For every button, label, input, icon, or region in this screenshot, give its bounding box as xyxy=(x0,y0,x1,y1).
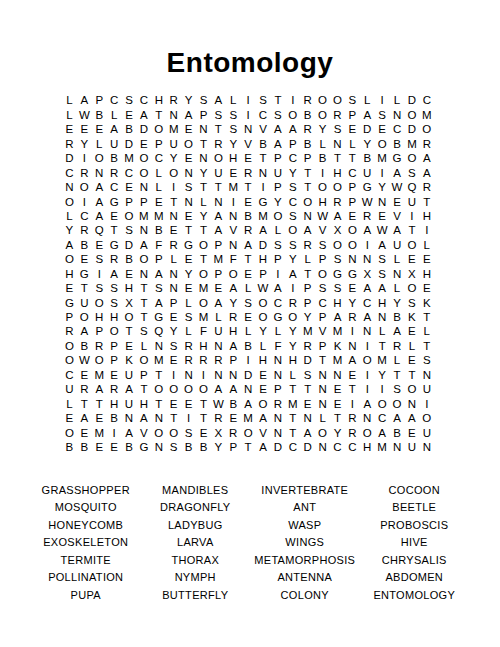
grid-cell-r5-c20[interactable]: T xyxy=(345,152,360,166)
grid-cell-r21-c19[interactable]: E xyxy=(330,383,345,397)
grid-cell-r5-c23[interactable]: G xyxy=(390,152,405,166)
grid-cell-r24-c23[interactable]: B xyxy=(390,426,405,440)
grid-cell-r10-c20[interactable]: O xyxy=(345,224,360,238)
grid-cell-r16-c10[interactable]: M xyxy=(196,311,211,325)
grid-cell-r25-c14[interactable]: A xyxy=(256,441,271,455)
grid-cell-r6-c1[interactable]: C xyxy=(62,166,77,180)
grid-cell-r5-c4[interactable]: B xyxy=(107,152,122,166)
grid-cell-r23-c22[interactable]: C xyxy=(375,412,390,426)
grid-cell-r9-c15[interactable]: O xyxy=(270,210,285,224)
grid-cell-r21-c18[interactable]: N xyxy=(315,383,330,397)
grid-cell-r3-c4[interactable]: A xyxy=(107,123,122,137)
grid-cell-r11-c16[interactable]: S xyxy=(285,238,300,252)
grid-cell-r22-c22[interactable]: O xyxy=(375,397,390,411)
grid-cell-r17-c5[interactable]: T xyxy=(122,325,137,339)
grid-cell-r20-c18[interactable]: N xyxy=(315,368,330,382)
grid-cell-r17-c3[interactable]: P xyxy=(92,325,107,339)
grid-cell-r3-c6[interactable]: D xyxy=(136,123,151,137)
grid-cell-r16-c7[interactable]: G xyxy=(151,311,166,325)
grid-cell-r14-c17[interactable]: P xyxy=(300,282,315,296)
grid-cell-r12-c24[interactable]: E xyxy=(404,253,419,267)
grid-cell-r25-c18[interactable]: N xyxy=(315,441,330,455)
grid-cell-r11-c19[interactable]: O xyxy=(330,238,345,252)
grid-cell-r19-c15[interactable]: N xyxy=(270,354,285,368)
grid-cell-r9-c11[interactable]: A xyxy=(211,210,226,224)
grid-cell-r17-c21[interactable]: N xyxy=(360,325,375,339)
grid-cell-r17-c22[interactable]: L xyxy=(375,325,390,339)
grid-cell-r12-c11[interactable]: M xyxy=(211,253,226,267)
grid-cell-r10-c9[interactable]: T xyxy=(181,224,196,238)
grid-cell-r10-c4[interactable]: T xyxy=(107,224,122,238)
grid-cell-r8-c4[interactable]: G xyxy=(107,195,122,209)
grid-cell-r5-c18[interactable]: B xyxy=(315,152,330,166)
grid-cell-r5-c19[interactable]: T xyxy=(330,152,345,166)
grid-cell-r4-c21[interactable]: Y xyxy=(360,137,375,151)
grid-cell-r20-c13[interactable]: D xyxy=(241,368,256,382)
grid-cell-r15-c4[interactable]: S xyxy=(107,296,122,310)
grid-cell-r1-c5[interactable]: S xyxy=(122,94,137,108)
grid-cell-r2-c13[interactable]: I xyxy=(241,108,256,122)
grid-cell-r3-c11[interactable]: T xyxy=(211,123,226,137)
grid-cell-r25-c2[interactable]: B xyxy=(77,441,92,455)
grid-cell-r2-c16[interactable]: O xyxy=(285,108,300,122)
grid-cell-r12-c10[interactable]: T xyxy=(196,253,211,267)
grid-cell-r20-c19[interactable]: N xyxy=(330,368,345,382)
grid-cell-r8-c10[interactable]: L xyxy=(196,195,211,209)
grid-cell-r7-c3[interactable]: A xyxy=(92,181,107,195)
grid-cell-r7-c6[interactable]: N xyxy=(136,181,151,195)
grid-cell-r25-c4[interactable]: E xyxy=(107,441,122,455)
grid-cell-r8-c9[interactable]: N xyxy=(181,195,196,209)
grid-cell-r15-c22[interactable]: H xyxy=(375,296,390,310)
grid-cell-r7-c19[interactable]: O xyxy=(330,181,345,195)
grid-cell-r3-c18[interactable]: Y xyxy=(315,123,330,137)
grid-cell-r9-c1[interactable]: L xyxy=(62,210,77,224)
grid-cell-r10-c8[interactable]: E xyxy=(166,224,181,238)
grid-cell-r11-c7[interactable]: F xyxy=(151,238,166,252)
grid-cell-r23-c21[interactable]: N xyxy=(360,412,375,426)
grid-cell-r4-c7[interactable]: P xyxy=(151,137,166,151)
grid-cell-r15-c7[interactable]: A xyxy=(151,296,166,310)
grid-cell-r17-c25[interactable]: L xyxy=(419,325,434,339)
grid-cell-r15-c16[interactable]: R xyxy=(285,296,300,310)
grid-cell-r17-c7[interactable]: Q xyxy=(151,325,166,339)
grid-cell-r5-c14[interactable]: T xyxy=(256,152,271,166)
grid-cell-r11-c14[interactable]: D xyxy=(256,238,271,252)
grid-cell-r8-c11[interactable]: N xyxy=(211,195,226,209)
grid-cell-r23-c10[interactable]: T xyxy=(196,412,211,426)
grid-cell-r10-c5[interactable]: S xyxy=(122,224,137,238)
grid-cell-r2-c17[interactable]: B xyxy=(300,108,315,122)
grid-cell-r4-c5[interactable]: D xyxy=(122,137,137,151)
grid-cell-r3-c25[interactable]: O xyxy=(419,123,434,137)
grid-cell-r25-c5[interactable]: B xyxy=(122,441,137,455)
grid-cell-r14-c23[interactable]: L xyxy=(390,282,405,296)
grid-cell-r20-c22[interactable]: Y xyxy=(375,368,390,382)
grid-cell-r24-c19[interactable]: Y xyxy=(330,426,345,440)
grid-cell-r24-c3[interactable]: M xyxy=(92,426,107,440)
grid-cell-r22-c21[interactable]: A xyxy=(360,397,375,411)
grid-cell-r15-c9[interactable]: L xyxy=(181,296,196,310)
grid-cell-r20-c15[interactable]: N xyxy=(270,368,285,382)
grid-cell-r17-c11[interactable]: U xyxy=(211,325,226,339)
grid-cell-r11-c1[interactable]: A xyxy=(62,238,77,252)
grid-cell-r8-c25[interactable]: T xyxy=(419,195,434,209)
grid-cell-r5-c8[interactable]: Y xyxy=(166,152,181,166)
grid-cell-r9-c19[interactable]: A xyxy=(330,210,345,224)
grid-cell-r21-c7[interactable]: O xyxy=(151,383,166,397)
grid-cell-r16-c16[interactable]: O xyxy=(285,311,300,325)
grid-cell-r22-c2[interactable]: T xyxy=(77,397,92,411)
grid-cell-r23-c5[interactable]: N xyxy=(122,412,137,426)
grid-cell-r8-c21[interactable]: W xyxy=(360,195,375,209)
grid-cell-r17-c16[interactable]: Y xyxy=(285,325,300,339)
grid-cell-r12-c7[interactable]: P xyxy=(151,253,166,267)
grid-cell-r24-c7[interactable]: O xyxy=(151,426,166,440)
grid-cell-r5-c16[interactable]: C xyxy=(285,152,300,166)
grid-cell-r18-c13[interactable]: B xyxy=(241,339,256,353)
grid-cell-r2-c20[interactable]: P xyxy=(345,108,360,122)
grid-cell-r16-c23[interactable]: B xyxy=(390,311,405,325)
grid-cell-r1-c10[interactable]: S xyxy=(196,94,211,108)
grid-cell-r1-c1[interactable]: L xyxy=(62,94,77,108)
grid-cell-r24-c8[interactable]: O xyxy=(166,426,181,440)
grid-cell-r16-c20[interactable]: R xyxy=(345,311,360,325)
grid-cell-r21-c12[interactable]: A xyxy=(226,383,241,397)
grid-cell-r4-c25[interactable]: R xyxy=(419,137,434,151)
grid-cell-r20-c8[interactable]: I xyxy=(166,368,181,382)
grid-cell-r9-c18[interactable]: W xyxy=(315,210,330,224)
grid-cell-r21-c23[interactable]: S xyxy=(390,383,405,397)
grid-cell-r25-c7[interactable]: N xyxy=(151,441,166,455)
grid-cell-r18-c18[interactable]: P xyxy=(315,339,330,353)
grid-cell-r18-c16[interactable]: Y xyxy=(285,339,300,353)
grid-cell-r22-c15[interactable]: R xyxy=(270,397,285,411)
grid-cell-r20-c5[interactable]: U xyxy=(122,368,137,382)
grid-cell-r25-c3[interactable]: E xyxy=(92,441,107,455)
grid-cell-r15-c18[interactable]: C xyxy=(315,296,330,310)
grid-cell-r6-c8[interactable]: O xyxy=(166,166,181,180)
grid-cell-r19-c25[interactable]: S xyxy=(419,354,434,368)
grid-cell-r14-c3[interactable]: S xyxy=(92,282,107,296)
grid-cell-r2-c8[interactable]: N xyxy=(166,108,181,122)
grid-cell-r3-c20[interactable]: E xyxy=(345,123,360,137)
grid-cell-r5-c7[interactable]: C xyxy=(151,152,166,166)
grid-cell-r9-c14[interactable]: M xyxy=(256,210,271,224)
grid-cell-r7-c2[interactable]: O xyxy=(77,181,92,195)
grid-cell-r4-c19[interactable]: N xyxy=(330,137,345,151)
grid-cell-r22-c18[interactable]: N xyxy=(315,397,330,411)
grid-cell-r8-c3[interactable]: A xyxy=(92,195,107,209)
grid-cell-r1-c25[interactable]: C xyxy=(419,94,434,108)
grid-cell-r25-c17[interactable]: D xyxy=(300,441,315,455)
grid-cell-r25-c1[interactable]: B xyxy=(62,441,77,455)
grid-cell-r14-c25[interactable]: E xyxy=(419,282,434,296)
grid-cell-r3-c23[interactable]: C xyxy=(390,123,405,137)
grid-cell-r2-c14[interactable]: C xyxy=(256,108,271,122)
grid-cell-r3-c15[interactable]: A xyxy=(270,123,285,137)
grid-cell-r2-c11[interactable]: S xyxy=(211,108,226,122)
grid-cell-r13-c14[interactable]: P xyxy=(256,267,271,281)
grid-cell-r1-c3[interactable]: P xyxy=(92,94,107,108)
grid-cell-r20-c10[interactable]: I xyxy=(196,368,211,382)
grid-cell-r24-c4[interactable]: I xyxy=(107,426,122,440)
grid-cell-r10-c23[interactable]: A xyxy=(390,224,405,238)
grid-cell-r12-c20[interactable]: N xyxy=(345,253,360,267)
grid-cell-r22-c25[interactable]: I xyxy=(419,397,434,411)
grid-cell-r20-c2[interactable]: E xyxy=(77,368,92,382)
grid-cell-r24-c24[interactable]: E xyxy=(404,426,419,440)
grid-cell-r16-c18[interactable]: P xyxy=(315,311,330,325)
grid-cell-r17-c4[interactable]: O xyxy=(107,325,122,339)
grid-cell-r21-c6[interactable]: T xyxy=(136,383,151,397)
grid-cell-r11-c17[interactable]: R xyxy=(300,238,315,252)
grid-cell-r14-c11[interactable]: E xyxy=(211,282,226,296)
grid-cell-r21-c9[interactable]: O xyxy=(181,383,196,397)
grid-cell-r4-c3[interactable]: L xyxy=(92,137,107,151)
grid-cell-r25-c20[interactable]: C xyxy=(345,441,360,455)
grid-cell-r20-c7[interactable]: T xyxy=(151,368,166,382)
grid-cell-r8-c24[interactable]: U xyxy=(404,195,419,209)
grid-cell-r8-c8[interactable]: T xyxy=(166,195,181,209)
grid-cell-r13-c9[interactable]: Y xyxy=(181,267,196,281)
grid-cell-r10-c16[interactable]: O xyxy=(285,224,300,238)
grid-cell-r21-c20[interactable]: T xyxy=(345,383,360,397)
grid-cell-r7-c24[interactable]: Q xyxy=(404,181,419,195)
grid-cell-r2-c2[interactable]: W xyxy=(77,108,92,122)
grid-cell-r2-c18[interactable]: O xyxy=(315,108,330,122)
grid-cell-r13-c16[interactable]: A xyxy=(285,267,300,281)
grid-cell-r8-c12[interactable]: I xyxy=(226,195,241,209)
grid-cell-r9-c13[interactable]: B xyxy=(241,210,256,224)
grid-cell-r19-c20[interactable]: A xyxy=(345,354,360,368)
grid-cell-r12-c13[interactable]: T xyxy=(241,253,256,267)
grid-cell-r5-c3[interactable]: O xyxy=(92,152,107,166)
grid-cell-r5-c12[interactable]: H xyxy=(226,152,241,166)
grid-cell-r19-c11[interactable]: R xyxy=(211,354,226,368)
grid-cell-r21-c3[interactable]: A xyxy=(92,383,107,397)
grid-cell-r8-c20[interactable]: P xyxy=(345,195,360,209)
grid-cell-r16-c21[interactable]: A xyxy=(360,311,375,325)
grid-cell-r8-c2[interactable]: I xyxy=(77,195,92,209)
grid-cell-r25-c13[interactable]: T xyxy=(241,441,256,455)
grid-cell-r24-c13[interactable]: O xyxy=(241,426,256,440)
grid-cell-r2-c6[interactable]: A xyxy=(136,108,151,122)
grid-cell-r21-c15[interactable]: P xyxy=(270,383,285,397)
grid-cell-r14-c10[interactable]: M xyxy=(196,282,211,296)
grid-cell-r15-c13[interactable]: S xyxy=(241,296,256,310)
grid-cell-r23-c4[interactable]: B xyxy=(107,412,122,426)
grid-cell-r5-c13[interactable]: E xyxy=(241,152,256,166)
grid-cell-r14-c6[interactable]: T xyxy=(136,282,151,296)
grid-cell-r3-c13[interactable]: N xyxy=(241,123,256,137)
grid-cell-r15-c5[interactable]: X xyxy=(122,296,137,310)
grid-cell-r13-c1[interactable]: H xyxy=(62,267,77,281)
grid-cell-r24-c2[interactable]: E xyxy=(77,426,92,440)
grid-cell-r4-c8[interactable]: U xyxy=(166,137,181,151)
grid-cell-r6-c17[interactable]: T xyxy=(300,166,315,180)
grid-cell-r5-c10[interactable]: N xyxy=(196,152,211,166)
grid-cell-r13-c25[interactable]: H xyxy=(419,267,434,281)
grid-cell-r9-c8[interactable]: N xyxy=(166,210,181,224)
grid-cell-r7-c8[interactable]: I xyxy=(166,181,181,195)
grid-cell-r12-c18[interactable]: P xyxy=(315,253,330,267)
grid-cell-r9-c2[interactable]: C xyxy=(77,210,92,224)
grid-cell-r25-c10[interactable]: B xyxy=(196,441,211,455)
grid-cell-r24-c15[interactable]: N xyxy=(270,426,285,440)
grid-cell-r10-c7[interactable]: B xyxy=(151,224,166,238)
grid-cell-r17-c2[interactable]: A xyxy=(77,325,92,339)
grid-cell-r16-c1[interactable]: P xyxy=(62,311,77,325)
grid-cell-r10-c22[interactable]: W xyxy=(375,224,390,238)
grid-cell-r11-c20[interactable]: O xyxy=(345,238,360,252)
grid-cell-r23-c7[interactable]: N xyxy=(151,412,166,426)
grid-cell-r8-c1[interactable]: O xyxy=(62,195,77,209)
grid-cell-r11-c15[interactable]: S xyxy=(270,238,285,252)
grid-cell-r4-c9[interactable]: O xyxy=(181,137,196,151)
grid-cell-r21-c4[interactable]: R xyxy=(107,383,122,397)
grid-cell-r5-c24[interactable]: O xyxy=(404,152,419,166)
grid-cell-r20-c4[interactable]: E xyxy=(107,368,122,382)
grid-cell-r7-c10[interactable]: T xyxy=(196,181,211,195)
grid-cell-r13-c24[interactable]: X xyxy=(404,267,419,281)
grid-cell-r5-c21[interactable]: B xyxy=(360,152,375,166)
grid-cell-r17-c1[interactable]: R xyxy=(62,325,77,339)
grid-cell-r13-c15[interactable]: I xyxy=(270,267,285,281)
grid-cell-r9-c17[interactable]: N xyxy=(300,210,315,224)
grid-cell-r19-c12[interactable]: P xyxy=(226,354,241,368)
grid-cell-r24-c11[interactable]: X xyxy=(211,426,226,440)
grid-cell-r19-c16[interactable]: H xyxy=(285,354,300,368)
grid-cell-r17-c24[interactable]: E xyxy=(404,325,419,339)
grid-cell-r3-c24[interactable]: D xyxy=(404,123,419,137)
grid-cell-r21-c10[interactable]: O xyxy=(196,383,211,397)
grid-cell-r18-c9[interactable]: R xyxy=(181,339,196,353)
grid-cell-r25-c24[interactable]: U xyxy=(404,441,419,455)
grid-cell-r19-c9[interactable]: R xyxy=(181,354,196,368)
grid-cell-r16-c15[interactable]: G xyxy=(270,311,285,325)
grid-cell-r6-c16[interactable]: Y xyxy=(285,166,300,180)
grid-cell-r19-c13[interactable]: I xyxy=(241,354,256,368)
grid-cell-r6-c18[interactable]: I xyxy=(315,166,330,180)
grid-cell-r21-c24[interactable]: O xyxy=(404,383,419,397)
grid-cell-r19-c4[interactable]: P xyxy=(107,354,122,368)
grid-cell-r16-c24[interactable]: K xyxy=(404,311,419,325)
grid-cell-r11-c3[interactable]: E xyxy=(92,238,107,252)
grid-cell-r22-c6[interactable]: H xyxy=(136,397,151,411)
grid-cell-r20-c23[interactable]: T xyxy=(390,368,405,382)
grid-cell-r4-c6[interactable]: E xyxy=(136,137,151,151)
grid-cell-r9-c16[interactable]: S xyxy=(285,210,300,224)
grid-cell-r23-c17[interactable]: N xyxy=(300,412,315,426)
grid-cell-r7-c7[interactable]: L xyxy=(151,181,166,195)
grid-cell-r12-c16[interactable]: Y xyxy=(285,253,300,267)
grid-cell-r8-c17[interactable]: O xyxy=(300,195,315,209)
grid-cell-r22-c16[interactable]: M xyxy=(285,397,300,411)
grid-cell-r9-c10[interactable]: Y xyxy=(196,210,211,224)
grid-cell-r12-c9[interactable]: E xyxy=(181,253,196,267)
grid-cell-r4-c18[interactable]: L xyxy=(315,137,330,151)
grid-cell-r10-c10[interactable]: T xyxy=(196,224,211,238)
grid-cell-r9-c20[interactable]: E xyxy=(345,210,360,224)
grid-cell-r2-c12[interactable]: S xyxy=(226,108,241,122)
grid-cell-r12-c17[interactable]: L xyxy=(300,253,315,267)
grid-cell-r3-c2[interactable]: E xyxy=(77,123,92,137)
grid-cell-r13-c21[interactable]: X xyxy=(360,267,375,281)
grid-cell-r24-c22[interactable]: A xyxy=(375,426,390,440)
grid-cell-r20-c16[interactable]: L xyxy=(285,368,300,382)
grid-cell-r25-c21[interactable]: H xyxy=(360,441,375,455)
grid-cell-r13-c20[interactable]: G xyxy=(345,267,360,281)
grid-cell-r16-c13[interactable]: E xyxy=(241,311,256,325)
grid-cell-r12-c19[interactable]: S xyxy=(330,253,345,267)
grid-cell-r6-c9[interactable]: N xyxy=(181,166,196,180)
grid-cell-r12-c8[interactable]: L xyxy=(166,253,181,267)
grid-cell-r1-c8[interactable]: R xyxy=(166,94,181,108)
grid-cell-r14-c24[interactable]: O xyxy=(404,282,419,296)
grid-cell-r2-c10[interactable]: P xyxy=(196,108,211,122)
grid-cell-r22-c5[interactable]: U xyxy=(122,397,137,411)
grid-cell-r14-c22[interactable]: A xyxy=(375,282,390,296)
grid-cell-r17-c15[interactable]: L xyxy=(270,325,285,339)
grid-cell-r4-c22[interactable]: O xyxy=(375,137,390,151)
grid-cell-r19-c21[interactable]: O xyxy=(360,354,375,368)
grid-cell-r25-c16[interactable]: C xyxy=(285,441,300,455)
grid-cell-r14-c14[interactable]: W xyxy=(256,282,271,296)
grid-cell-r1-c14[interactable]: S xyxy=(256,94,271,108)
grid-cell-r20-c11[interactable]: N xyxy=(211,368,226,382)
grid-cell-r2-c5[interactable]: E xyxy=(122,108,137,122)
grid-cell-r3-c1[interactable]: E xyxy=(62,123,77,137)
grid-cell-r4-c17[interactable]: B xyxy=(300,137,315,151)
grid-cell-r21-c13[interactable]: N xyxy=(241,383,256,397)
grid-cell-r1-c23[interactable]: L xyxy=(390,94,405,108)
grid-cell-r13-c7[interactable]: A xyxy=(151,267,166,281)
grid-cell-r21-c11[interactable]: A xyxy=(211,383,226,397)
grid-cell-r6-c15[interactable]: U xyxy=(270,166,285,180)
grid-cell-r23-c20[interactable]: R xyxy=(345,412,360,426)
grid-cell-r6-c6[interactable]: O xyxy=(136,166,151,180)
grid-cell-r21-c25[interactable]: U xyxy=(419,383,434,397)
grid-cell-r23-c6[interactable]: A xyxy=(136,412,151,426)
grid-cell-r16-c22[interactable]: N xyxy=(375,311,390,325)
grid-cell-r23-c14[interactable]: A xyxy=(256,412,271,426)
grid-cell-r9-c6[interactable]: M xyxy=(136,210,151,224)
grid-cell-r11-c21[interactable]: I xyxy=(360,238,375,252)
grid-cell-r8-c19[interactable]: R xyxy=(330,195,345,209)
grid-cell-r2-c9[interactable]: A xyxy=(181,108,196,122)
grid-cell-r2-c22[interactable]: S xyxy=(375,108,390,122)
grid-cell-r17-c13[interactable]: L xyxy=(241,325,256,339)
grid-cell-r13-c13[interactable]: E xyxy=(241,267,256,281)
grid-cell-r10-c18[interactable]: V xyxy=(315,224,330,238)
grid-cell-r24-c1[interactable]: O xyxy=(62,426,77,440)
grid-cell-r19-c14[interactable]: H xyxy=(256,354,271,368)
grid-cell-r11-c10[interactable]: O xyxy=(196,238,211,252)
grid-cell-r7-c17[interactable]: T xyxy=(300,181,315,195)
grid-cell-r23-c9[interactable]: I xyxy=(181,412,196,426)
grid-cell-r7-c11[interactable]: T xyxy=(211,181,226,195)
grid-cell-r17-c19[interactable]: M xyxy=(330,325,345,339)
grid-cell-r13-c12[interactable]: O xyxy=(226,267,241,281)
grid-cell-r1-c13[interactable]: I xyxy=(241,94,256,108)
grid-cell-r19-c23[interactable]: L xyxy=(390,354,405,368)
grid-cell-r4-c24[interactable]: M xyxy=(404,137,419,151)
grid-cell-r22-c12[interactable]: B xyxy=(226,397,241,411)
grid-cell-r14-c19[interactable]: S xyxy=(330,282,345,296)
grid-cell-r24-c21[interactable]: O xyxy=(360,426,375,440)
grid-cell-r25-c6[interactable]: G xyxy=(136,441,151,455)
